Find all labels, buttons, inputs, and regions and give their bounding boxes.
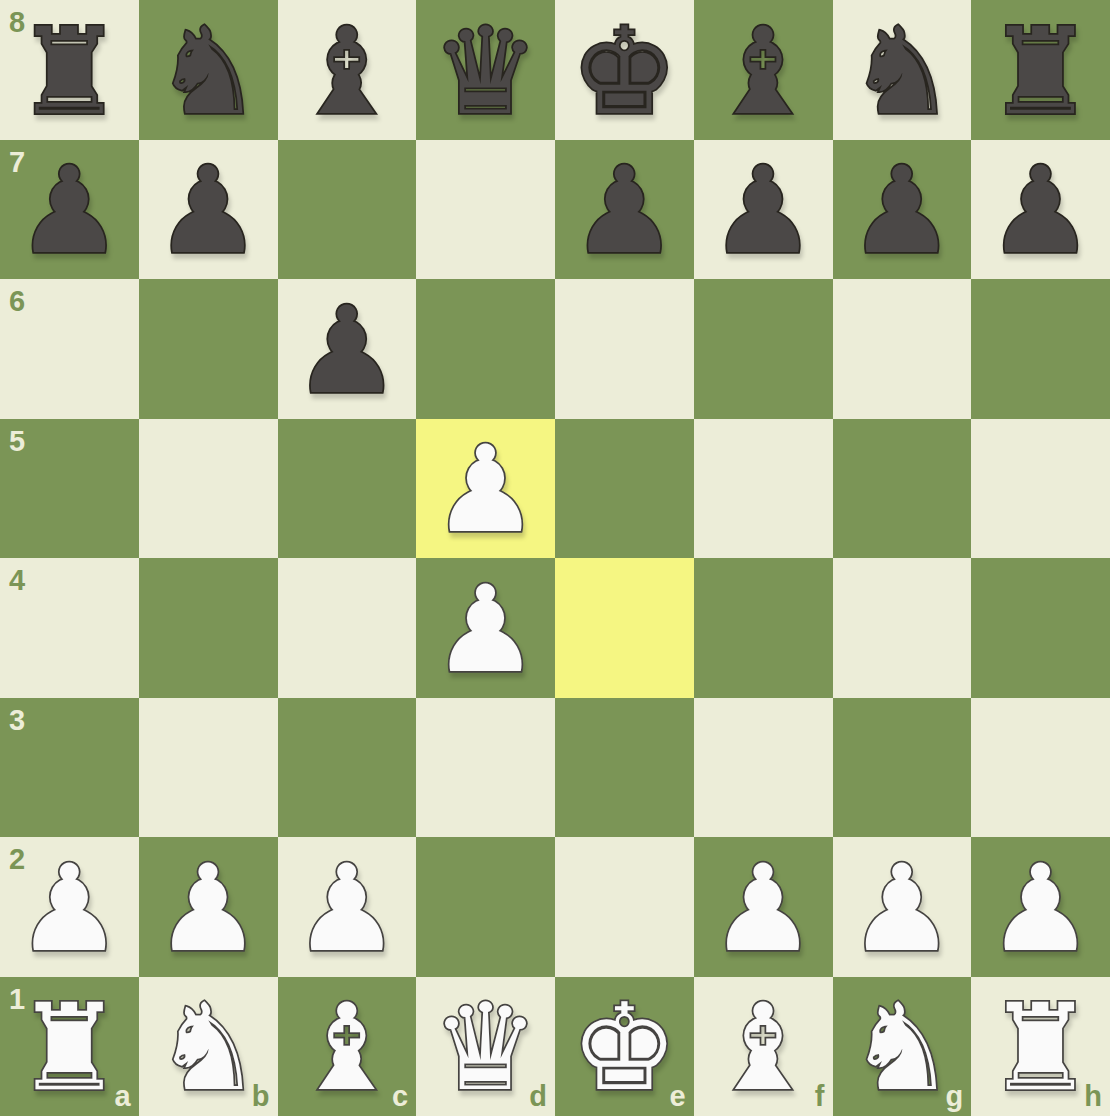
- square-c5[interactable]: [278, 419, 417, 559]
- chess-board: 8♜♞♝♛♚♝♞♜7♟♟♟♟♟♟6♟5♟4♟32♟♟♟♟♟♟1a♜b♞c♝d♛e…: [0, 0, 1110, 1116]
- piece-white-rook-a1[interactable]: ♜: [16, 988, 124, 1108]
- square-d3[interactable]: [416, 698, 555, 838]
- piece-white-pawn-g2[interactable]: ♟: [848, 849, 956, 969]
- piece-black-pawn-f7[interactable]: ♟: [709, 151, 817, 271]
- square-c1[interactable]: c♝: [278, 977, 417, 1116]
- square-f2[interactable]: ♟: [694, 837, 833, 977]
- square-g6[interactable]: [833, 279, 972, 419]
- square-d4[interactable]: ♟: [416, 558, 555, 698]
- piece-black-bishop-c8[interactable]: ♝: [293, 12, 401, 132]
- square-f3[interactable]: [694, 698, 833, 838]
- square-e8[interactable]: ♚: [555, 0, 694, 140]
- square-f4[interactable]: [694, 558, 833, 698]
- square-f7[interactable]: ♟: [694, 140, 833, 280]
- piece-white-rook-h1[interactable]: ♜: [987, 988, 1095, 1108]
- square-h4[interactable]: [971, 558, 1110, 698]
- piece-white-pawn-f2[interactable]: ♟: [709, 849, 817, 969]
- square-g5[interactable]: [833, 419, 972, 559]
- piece-black-rook-h8[interactable]: ♜: [987, 12, 1095, 132]
- square-d5[interactable]: ♟: [416, 419, 555, 559]
- square-h6[interactable]: [971, 279, 1110, 419]
- piece-black-queen-d8[interactable]: ♛: [432, 12, 540, 132]
- piece-white-queen-d1[interactable]: ♛: [432, 988, 540, 1108]
- square-d6[interactable]: [416, 279, 555, 419]
- square-g2[interactable]: ♟: [833, 837, 972, 977]
- square-c8[interactable]: ♝: [278, 0, 417, 140]
- square-c7[interactable]: [278, 140, 417, 280]
- square-a5[interactable]: 5: [0, 419, 139, 559]
- square-b5[interactable]: [139, 419, 278, 559]
- piece-black-knight-b8[interactable]: ♞: [154, 12, 262, 132]
- square-d2[interactable]: [416, 837, 555, 977]
- square-f8[interactable]: ♝: [694, 0, 833, 140]
- square-g3[interactable]: [833, 698, 972, 838]
- piece-black-pawn-a7[interactable]: ♟: [16, 151, 124, 271]
- piece-white-king-e1[interactable]: ♚: [571, 988, 679, 1108]
- piece-white-knight-b1[interactable]: ♞: [154, 988, 262, 1108]
- square-a4[interactable]: 4: [0, 558, 139, 698]
- square-b1[interactable]: b♞: [139, 977, 278, 1116]
- square-a8[interactable]: 8♜: [0, 0, 139, 140]
- square-e1[interactable]: e♚: [555, 977, 694, 1116]
- piece-white-pawn-c2[interactable]: ♟: [293, 849, 401, 969]
- square-f5[interactable]: [694, 419, 833, 559]
- square-g1[interactable]: g♞: [833, 977, 972, 1116]
- square-g7[interactable]: ♟: [833, 140, 972, 280]
- piece-black-bishop-f8[interactable]: ♝: [709, 12, 817, 132]
- square-e2[interactable]: [555, 837, 694, 977]
- square-h2[interactable]: ♟: [971, 837, 1110, 977]
- square-e7[interactable]: ♟: [555, 140, 694, 280]
- square-e4[interactable]: [555, 558, 694, 698]
- square-h1[interactable]: h♜: [971, 977, 1110, 1116]
- piece-white-pawn-h2[interactable]: ♟: [987, 849, 1095, 969]
- square-c2[interactable]: ♟: [278, 837, 417, 977]
- square-a6[interactable]: 6: [0, 279, 139, 419]
- square-e5[interactable]: [555, 419, 694, 559]
- square-e6[interactable]: [555, 279, 694, 419]
- square-b7[interactable]: ♟: [139, 140, 278, 280]
- rank-label-5: 5: [9, 427, 25, 456]
- rank-label-3: 3: [9, 706, 25, 735]
- piece-white-pawn-a2[interactable]: ♟: [16, 849, 124, 969]
- piece-black-knight-g8[interactable]: ♞: [848, 12, 956, 132]
- square-h8[interactable]: ♜: [971, 0, 1110, 140]
- piece-black-pawn-g7[interactable]: ♟: [848, 151, 956, 271]
- square-f6[interactable]: [694, 279, 833, 419]
- square-d8[interactable]: ♛: [416, 0, 555, 140]
- square-e3[interactable]: [555, 698, 694, 838]
- square-g8[interactable]: ♞: [833, 0, 972, 140]
- square-h5[interactable]: [971, 419, 1110, 559]
- square-a1[interactable]: 1a♜: [0, 977, 139, 1116]
- square-b2[interactable]: ♟: [139, 837, 278, 977]
- square-c3[interactable]: [278, 698, 417, 838]
- piece-black-pawn-e7[interactable]: ♟: [571, 151, 679, 271]
- piece-white-pawn-d5[interactable]: ♟: [432, 430, 540, 550]
- piece-white-pawn-b2[interactable]: ♟: [154, 849, 262, 969]
- piece-white-knight-g1[interactable]: ♞: [848, 988, 956, 1108]
- piece-black-king-e8[interactable]: ♚: [571, 12, 679, 132]
- square-b3[interactable]: [139, 698, 278, 838]
- piece-white-bishop-f1[interactable]: ♝: [709, 988, 817, 1108]
- piece-black-pawn-c6[interactable]: ♟: [293, 291, 401, 411]
- rank-label-6: 6: [9, 287, 25, 316]
- square-a2[interactable]: 2♟: [0, 837, 139, 977]
- square-g4[interactable]: [833, 558, 972, 698]
- piece-black-pawn-h7[interactable]: ♟: [987, 151, 1095, 271]
- square-f1[interactable]: f♝: [694, 977, 833, 1116]
- square-c6[interactable]: ♟: [278, 279, 417, 419]
- piece-white-pawn-d4[interactable]: ♟: [432, 570, 540, 690]
- square-c4[interactable]: [278, 558, 417, 698]
- piece-black-pawn-b7[interactable]: ♟: [154, 151, 262, 271]
- square-d1[interactable]: d♛: [416, 977, 555, 1116]
- square-b6[interactable]: [139, 279, 278, 419]
- square-h7[interactable]: ♟: [971, 140, 1110, 280]
- piece-black-rook-a8[interactable]: ♜: [16, 12, 124, 132]
- square-a3[interactable]: 3: [0, 698, 139, 838]
- square-b4[interactable]: [139, 558, 278, 698]
- square-d7[interactable]: [416, 140, 555, 280]
- square-h3[interactable]: [971, 698, 1110, 838]
- square-a7[interactable]: 7♟: [0, 140, 139, 280]
- square-b8[interactable]: ♞: [139, 0, 278, 140]
- rank-label-4: 4: [9, 566, 25, 595]
- piece-white-bishop-c1[interactable]: ♝: [293, 988, 401, 1108]
